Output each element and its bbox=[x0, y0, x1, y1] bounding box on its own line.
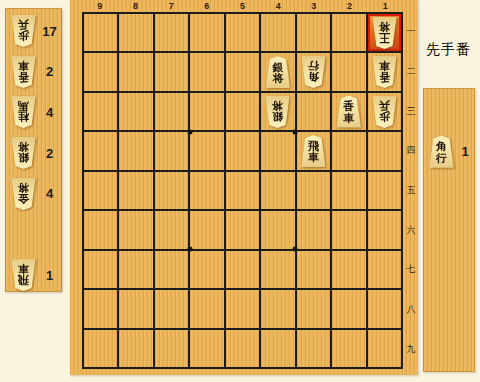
square-5-6[interactable] bbox=[226, 211, 259, 248]
square-4-8[interactable] bbox=[261, 290, 294, 327]
gote-piece-銀将[interactable]: 銀将 bbox=[10, 137, 37, 169]
piece-face: 角行 bbox=[428, 136, 455, 168]
piece-kanji: 将 bbox=[272, 73, 283, 84]
piece-kanji: 将 bbox=[379, 21, 390, 32]
file-label-5: 5 bbox=[225, 0, 261, 12]
piece-face: 歩兵 bbox=[10, 15, 37, 47]
piece-kanji: 車 bbox=[343, 113, 354, 124]
rank-label-9: 九 bbox=[404, 329, 418, 369]
square-1-5[interactable] bbox=[368, 172, 401, 209]
square-2-5[interactable] bbox=[332, 172, 365, 209]
rank-label-1: 一 bbox=[404, 12, 418, 52]
hand-count-金将: 4 bbox=[37, 186, 62, 201]
square-3-4[interactable]: 飛車 bbox=[297, 132, 330, 169]
square-1-6[interactable] bbox=[368, 211, 401, 248]
square-7-2[interactable] bbox=[155, 53, 188, 90]
hand-slot-香車: 香車2 bbox=[5, 52, 62, 92]
square-4-4[interactable] bbox=[261, 132, 294, 169]
square-3-5[interactable] bbox=[297, 172, 330, 209]
gote-piece-飛車[interactable]: 飛車 bbox=[10, 259, 37, 291]
square-1-2[interactable]: 香車 bbox=[368, 53, 401, 90]
square-2-4[interactable] bbox=[332, 132, 365, 169]
star-point bbox=[293, 247, 298, 252]
square-3-3[interactable] bbox=[297, 93, 330, 130]
piece-kanji: 香 bbox=[379, 71, 390, 82]
square-7-1[interactable] bbox=[155, 14, 188, 51]
square-8-5[interactable] bbox=[119, 172, 152, 209]
square-7-7[interactable] bbox=[155, 251, 188, 288]
square-6-6[interactable] bbox=[190, 211, 223, 248]
square-6-8[interactable] bbox=[190, 290, 223, 327]
file-label-9: 9 bbox=[82, 0, 118, 12]
sente-piece-飛車[interactable]: 飛車 bbox=[300, 135, 327, 167]
sente-piece-銀将[interactable]: 銀将 bbox=[264, 56, 291, 88]
piece-face: 飛車 bbox=[300, 135, 327, 167]
shogi-board: 987654321 一二三四五六七八九 王将銀将角行香車銀将香車歩兵飛車 bbox=[70, 0, 418, 375]
piece-kanji: 銀 bbox=[272, 111, 283, 122]
square-4-9[interactable] bbox=[261, 330, 294, 367]
piece-face: 王将 bbox=[371, 17, 398, 49]
piece-kanji: 金 bbox=[18, 193, 29, 204]
piece-face: 金将 bbox=[10, 178, 37, 210]
square-1-7[interactable] bbox=[368, 251, 401, 288]
piece-face: 飛車 bbox=[10, 259, 37, 291]
piece-kanji: 車 bbox=[18, 263, 29, 274]
piece-kanji: 行 bbox=[308, 60, 319, 71]
piece-kanji: 歩 bbox=[18, 30, 29, 41]
square-6-9[interactable] bbox=[190, 330, 223, 367]
gote-piece-香車[interactable]: 香車 bbox=[371, 56, 398, 88]
piece-kanji: 王 bbox=[379, 32, 390, 43]
square-5-3[interactable] bbox=[226, 93, 259, 130]
square-8-9[interactable] bbox=[119, 330, 152, 367]
square-3-8[interactable] bbox=[297, 290, 330, 327]
square-2-9[interactable] bbox=[332, 330, 365, 367]
turn-indicator: 先手番 bbox=[426, 41, 480, 59]
rank-label-5: 五 bbox=[404, 171, 418, 211]
file-label-4: 4 bbox=[260, 0, 296, 12]
rank-label-8: 八 bbox=[404, 290, 418, 330]
hand-slot-桂馬: 桂馬4 bbox=[5, 92, 62, 132]
gote-piece-歩兵[interactable]: 歩兵 bbox=[371, 96, 398, 128]
piece-kanji: 車 bbox=[379, 60, 390, 71]
square-4-5[interactable] bbox=[261, 172, 294, 209]
hand-count-桂馬: 4 bbox=[37, 105, 62, 120]
square-5-8[interactable] bbox=[226, 290, 259, 327]
piece-kanji: 将 bbox=[18, 182, 29, 193]
rank-label-7: 七 bbox=[404, 250, 418, 290]
file-coordinates: 987654321 bbox=[82, 0, 403, 12]
square-3-1[interactable] bbox=[297, 14, 330, 51]
piece-kanji: 香 bbox=[18, 71, 29, 82]
square-9-6[interactable] bbox=[84, 211, 117, 248]
piece-kanji: 銀 bbox=[18, 152, 29, 163]
gote-piece-桂馬[interactable]: 桂馬 bbox=[10, 96, 37, 128]
square-9-5[interactable] bbox=[84, 172, 117, 209]
piece-kanji: 行 bbox=[436, 153, 447, 164]
square-6-7[interactable] bbox=[190, 251, 223, 288]
piece-kanji: 将 bbox=[272, 99, 283, 110]
square-2-6[interactable] bbox=[332, 211, 365, 248]
square-5-4[interactable] bbox=[226, 132, 259, 169]
piece-kanji: 車 bbox=[308, 152, 319, 163]
gote-piece-王将[interactable]: 王将 bbox=[371, 17, 398, 49]
square-9-4[interactable] bbox=[84, 132, 117, 169]
piece-kanji: 兵 bbox=[379, 99, 390, 110]
rank-label-2: 二 bbox=[404, 52, 418, 92]
square-3-6[interactable] bbox=[297, 211, 330, 248]
square-9-7[interactable] bbox=[84, 251, 117, 288]
file-label-2: 2 bbox=[332, 0, 368, 12]
square-9-3[interactable] bbox=[84, 93, 117, 130]
hand-count-歩兵: 17 bbox=[37, 24, 62, 39]
hand-slot-歩兵: 歩兵17 bbox=[5, 11, 62, 51]
square-4-6[interactable] bbox=[261, 211, 294, 248]
square-9-8[interactable] bbox=[84, 290, 117, 327]
hand-slot-銀将: 銀将2 bbox=[5, 133, 62, 173]
square-9-9[interactable] bbox=[84, 330, 117, 367]
hand-count-銀将: 2 bbox=[37, 146, 62, 161]
hand-count-飛車: 1 bbox=[37, 268, 62, 283]
piece-face: 銀将 bbox=[264, 96, 291, 128]
square-2-1[interactable] bbox=[332, 14, 365, 51]
square-8-1[interactable] bbox=[119, 14, 152, 51]
piece-face: 角行 bbox=[300, 56, 327, 88]
hand-slot-飛車: 飛車1 bbox=[5, 255, 62, 295]
star-point bbox=[187, 129, 192, 134]
star-point bbox=[187, 247, 192, 252]
square-1-8[interactable] bbox=[368, 290, 401, 327]
file-label-7: 7 bbox=[153, 0, 189, 12]
square-8-3[interactable] bbox=[119, 93, 152, 130]
square-2-8[interactable] bbox=[332, 290, 365, 327]
hand-count-角行: 1 bbox=[455, 144, 475, 159]
square-6-1[interactable] bbox=[190, 14, 223, 51]
rank-label-4: 四 bbox=[404, 131, 418, 171]
square-8-7[interactable] bbox=[119, 251, 152, 288]
square-7-9[interactable] bbox=[155, 330, 188, 367]
piece-face: 香車 bbox=[335, 96, 362, 128]
gote-piece-歩兵[interactable]: 歩兵 bbox=[10, 15, 37, 47]
square-9-1[interactable] bbox=[84, 14, 117, 51]
hand-slot-金将: 金将4 bbox=[5, 174, 62, 214]
square-6-5[interactable] bbox=[190, 172, 223, 209]
piece-kanji: 角 bbox=[308, 71, 319, 82]
piece-kanji: 桂 bbox=[18, 111, 29, 122]
square-3-7[interactable] bbox=[297, 251, 330, 288]
sente-captured-tray: 角行1 bbox=[423, 88, 475, 372]
square-7-4[interactable] bbox=[155, 132, 188, 169]
square-7-5[interactable] bbox=[155, 172, 188, 209]
sente-piece-角行[interactable]: 角行 bbox=[428, 136, 455, 168]
square-8-8[interactable] bbox=[119, 290, 152, 327]
square-8-2[interactable] bbox=[119, 53, 152, 90]
square-8-4[interactable] bbox=[119, 132, 152, 169]
square-2-3[interactable]: 香車 bbox=[332, 93, 365, 130]
gote-piece-香車[interactable]: 香車 bbox=[10, 56, 37, 88]
piece-face: 香車 bbox=[10, 56, 37, 88]
square-6-2[interactable] bbox=[190, 53, 223, 90]
square-6-4[interactable] bbox=[190, 132, 223, 169]
hand-count-香車: 2 bbox=[37, 64, 62, 79]
piece-face: 桂馬 bbox=[10, 96, 37, 128]
piece-kanji: 香 bbox=[343, 101, 354, 112]
square-7-3[interactable] bbox=[155, 93, 188, 130]
gote-piece-角行[interactable]: 角行 bbox=[300, 56, 327, 88]
piece-face: 銀将 bbox=[10, 137, 37, 169]
piece-kanji: 将 bbox=[18, 141, 29, 152]
square-1-4[interactable] bbox=[368, 132, 401, 169]
square-4-2[interactable]: 銀将 bbox=[261, 53, 294, 90]
board-grid: 王将銀将角行香車銀将香車歩兵飛車 bbox=[82, 12, 403, 369]
piece-kanji: 角 bbox=[436, 141, 447, 152]
rank-label-6: 六 bbox=[404, 210, 418, 250]
rank-coordinates: 一二三四五六七八九 bbox=[404, 12, 418, 369]
square-2-7[interactable] bbox=[332, 251, 365, 288]
square-4-3[interactable]: 銀将 bbox=[261, 93, 294, 130]
square-5-1[interactable] bbox=[226, 14, 259, 51]
square-6-3[interactable] bbox=[190, 93, 223, 130]
gote-piece-銀将[interactable]: 銀将 bbox=[264, 96, 291, 128]
piece-face: 香車 bbox=[371, 56, 398, 88]
piece-kanji: 歩 bbox=[379, 111, 390, 122]
file-label-3: 3 bbox=[296, 0, 332, 12]
gote-piece-金将[interactable]: 金将 bbox=[10, 178, 37, 210]
square-8-6[interactable] bbox=[119, 211, 152, 248]
square-5-5[interactable] bbox=[226, 172, 259, 209]
file-label-8: 8 bbox=[118, 0, 154, 12]
square-7-6[interactable] bbox=[155, 211, 188, 248]
square-2-2[interactable] bbox=[332, 53, 365, 90]
piece-face: 歩兵 bbox=[371, 96, 398, 128]
sente-piece-香車[interactable]: 香車 bbox=[335, 96, 362, 128]
square-1-9[interactable] bbox=[368, 330, 401, 367]
square-4-1[interactable] bbox=[261, 14, 294, 51]
square-5-9[interactable] bbox=[226, 330, 259, 367]
piece-kanji: 兵 bbox=[18, 19, 29, 30]
rank-label-3: 三 bbox=[404, 91, 418, 131]
piece-kanji: 馬 bbox=[18, 100, 29, 111]
piece-kanji: 飛 bbox=[18, 274, 29, 285]
square-1-1[interactable]: 王将 bbox=[368, 14, 401, 51]
file-label-1: 1 bbox=[367, 0, 403, 12]
gote-captured-tray: 歩兵17香車2桂馬4銀将2金将4飛車1 bbox=[5, 8, 62, 292]
square-4-7[interactable] bbox=[261, 251, 294, 288]
square-9-2[interactable] bbox=[84, 53, 117, 90]
square-7-8[interactable] bbox=[155, 290, 188, 327]
file-label-6: 6 bbox=[189, 0, 225, 12]
shogi-app: 歩兵17香車2桂馬4銀将2金将4飛車1 987654321 一二三四五六七八九 … bbox=[0, 0, 480, 382]
hand-slot-角行: 角行1 bbox=[423, 132, 475, 172]
piece-kanji: 車 bbox=[18, 59, 29, 70]
piece-face: 銀将 bbox=[264, 56, 291, 88]
square-1-3[interactable]: 歩兵 bbox=[368, 93, 401, 130]
square-5-2[interactable] bbox=[226, 53, 259, 90]
star-point bbox=[293, 129, 298, 134]
square-3-2[interactable]: 角行 bbox=[297, 53, 330, 90]
square-5-7[interactable] bbox=[226, 251, 259, 288]
square-3-9[interactable] bbox=[297, 330, 330, 367]
